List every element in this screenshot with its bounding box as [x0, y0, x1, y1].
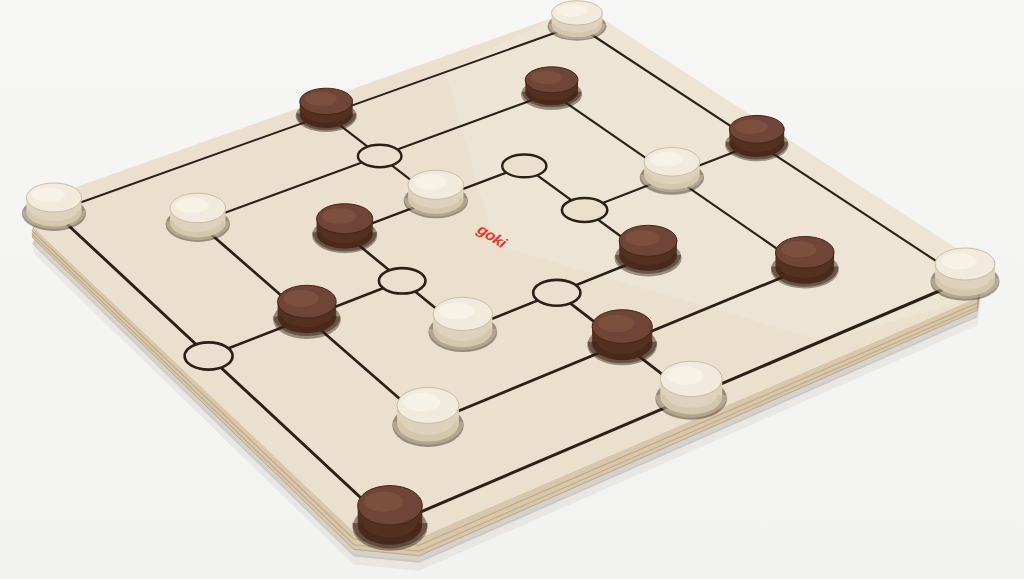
piece-highlight [598, 315, 634, 333]
white-piece[interactable] [548, 1, 607, 41]
white-piece[interactable] [404, 170, 468, 218]
dark-piece[interactable] [615, 225, 682, 276]
piece-highlight [666, 367, 703, 385]
point-e4[interactable] [533, 280, 580, 306]
white-piece[interactable] [428, 297, 497, 352]
dark-piece[interactable] [312, 204, 377, 254]
dark-piece[interactable] [521, 67, 582, 110]
piece-highlight [283, 290, 318, 307]
white-piece[interactable] [22, 183, 86, 231]
piece-highlight [735, 120, 768, 134]
piece-highlight [781, 241, 816, 257]
piece-highlight [403, 393, 440, 412]
piece-highlight [650, 152, 683, 167]
point-d3[interactable] [379, 268, 426, 293]
dark-piece[interactable] [353, 486, 428, 551]
piece-highlight [531, 71, 563, 85]
piece-highlight [439, 302, 475, 319]
white-piece[interactable] [640, 148, 704, 195]
piece-highlight [176, 198, 209, 213]
white-piece[interactable] [166, 193, 230, 242]
white-piece[interactable] [930, 248, 999, 301]
piece-highlight [414, 175, 447, 190]
dark-piece[interactable] [725, 115, 789, 161]
point-b4[interactable] [358, 145, 402, 167]
morris-board: goki [0, 0, 1024, 579]
dark-piece[interactable] [771, 237, 839, 289]
piece-highlight [557, 4, 588, 17]
product-photo: goki [0, 0, 1024, 579]
point-c5[interactable] [502, 155, 546, 178]
white-piece[interactable] [655, 361, 727, 420]
piece-highlight [941, 253, 977, 270]
dark-piece[interactable] [587, 310, 657, 365]
piece-highlight [364, 491, 403, 512]
point-d1[interactable] [185, 342, 233, 369]
white-piece[interactable] [392, 387, 464, 447]
dark-piece[interactable] [273, 285, 341, 339]
piece-highlight [625, 230, 660, 246]
piece-highlight [32, 187, 65, 202]
piece-highlight [305, 92, 337, 106]
dark-piece[interactable] [296, 88, 357, 132]
point-d5[interactable] [562, 198, 607, 222]
piece-highlight [322, 208, 356, 224]
